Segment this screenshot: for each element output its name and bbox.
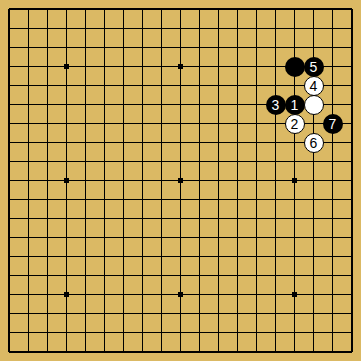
intersection <box>19 285 38 304</box>
grid-line-h <box>95 351 114 353</box>
intersection <box>304 209 323 228</box>
grid-line-v <box>28 95 29 114</box>
grid-line-v <box>294 266 295 285</box>
grid-line-v <box>85 228 86 247</box>
grid-line-v <box>47 38 48 57</box>
grid-line-h <box>190 161 209 162</box>
grid-line-h <box>19 28 38 29</box>
intersection <box>152 190 171 209</box>
grid-line-h <box>285 237 304 238</box>
intersection <box>95 171 114 190</box>
grid-line-h <box>171 123 190 124</box>
grid-line-h <box>209 142 228 143</box>
grid-line-h <box>190 142 209 143</box>
grid-line-v <box>256 38 257 57</box>
grid-line-h <box>304 313 323 314</box>
intersection <box>19 57 38 76</box>
intersection <box>247 38 266 57</box>
grid-line-h <box>209 161 228 162</box>
grid-line-h <box>76 66 95 67</box>
intersection <box>57 114 76 133</box>
grid-line-h <box>247 256 266 257</box>
grid-line-v <box>161 19 162 38</box>
grid-line-h <box>209 47 228 48</box>
intersection <box>304 95 323 114</box>
grid-line-v <box>199 285 200 304</box>
grid-line-h <box>266 47 285 48</box>
intersection <box>152 76 171 95</box>
intersection <box>133 304 152 323</box>
intersection <box>38 57 57 76</box>
grid-line-h <box>323 199 342 200</box>
intersection <box>76 285 95 304</box>
grid-line-h <box>57 351 76 353</box>
grid-line-h <box>133 199 152 200</box>
intersection <box>209 285 228 304</box>
grid-line-h <box>323 47 342 48</box>
intersection <box>19 304 38 323</box>
intersection <box>95 152 114 171</box>
grid-line-h <box>19 180 38 181</box>
grid-line-v <box>123 9 124 19</box>
grid-line-v <box>294 38 295 57</box>
grid-line-v <box>66 19 67 38</box>
grid-line-h <box>247 332 266 333</box>
star-point <box>64 178 69 183</box>
grid-line-h <box>152 218 171 219</box>
intersection <box>209 323 228 342</box>
grid-line-h <box>209 199 228 200</box>
grid-line-h <box>38 161 57 162</box>
intersection <box>0 152 19 171</box>
grid-line-h <box>38 218 57 219</box>
intersection <box>57 209 76 228</box>
grid-line-v <box>123 76 124 95</box>
intersection <box>152 95 171 114</box>
grid-line-v <box>180 304 181 323</box>
intersection <box>171 133 190 152</box>
grid-line-h <box>9 294 19 295</box>
grid-line-v <box>47 190 48 209</box>
grid-line-v <box>66 285 67 304</box>
grid-line-h <box>171 256 190 257</box>
intersection <box>152 152 171 171</box>
grid-line-h <box>76 104 95 105</box>
grid-line-v <box>199 171 200 190</box>
grid-line-h <box>323 332 342 333</box>
grid-line-h <box>190 85 209 86</box>
grid-line-v <box>180 95 181 114</box>
grid-line-v <box>85 9 86 19</box>
intersection <box>323 228 342 247</box>
grid-line-h <box>114 123 133 124</box>
grid-line-h <box>133 85 152 86</box>
intersection <box>114 171 133 190</box>
grid-line-h <box>171 142 190 143</box>
grid-line-v <box>218 76 219 95</box>
intersection <box>152 114 171 133</box>
intersection <box>304 323 323 342</box>
intersection <box>114 228 133 247</box>
grid-line-h <box>114 199 133 200</box>
grid-line-h <box>95 180 114 181</box>
intersection <box>285 171 304 190</box>
grid-line-h <box>342 123 352 124</box>
grid-line-h <box>266 294 285 295</box>
grid-line-h <box>19 66 38 67</box>
grid-line-v <box>218 247 219 266</box>
intersection <box>76 323 95 342</box>
grid-line-v <box>47 76 48 95</box>
grid-line-v <box>28 323 29 342</box>
grid-line-h <box>57 199 76 200</box>
intersection <box>76 304 95 323</box>
move-number: 6 <box>310 136 318 150</box>
grid-line-h <box>152 28 171 29</box>
grid-line-h <box>171 199 190 200</box>
grid-line-v <box>8 342 10 352</box>
intersection: 4 <box>304 76 323 95</box>
intersection <box>95 266 114 285</box>
grid-line-h <box>114 180 133 181</box>
intersection <box>76 76 95 95</box>
intersection <box>228 228 247 247</box>
grid-line-h <box>228 123 247 124</box>
grid-line-h <box>285 351 304 353</box>
intersection <box>114 152 133 171</box>
intersection <box>228 171 247 190</box>
grid-line-v <box>275 285 276 304</box>
grid-line-h <box>190 218 209 219</box>
grid-line-v <box>332 9 333 19</box>
intersection <box>247 95 266 114</box>
grid-line-h <box>247 66 266 67</box>
grid-line-h <box>38 180 57 181</box>
intersection <box>38 76 57 95</box>
intersection <box>57 19 76 38</box>
intersection <box>114 342 133 361</box>
grid-line-v <box>180 266 181 285</box>
grid-line-h <box>95 218 114 219</box>
grid-line-v <box>123 95 124 114</box>
star-point <box>64 292 69 297</box>
grid-line-h <box>114 161 133 162</box>
grid-line-v <box>161 114 162 133</box>
grid-line-h <box>9 8 19 10</box>
grid-line-v <box>28 114 29 133</box>
grid-line-v <box>66 323 67 342</box>
grid-line-h <box>323 142 342 143</box>
grid-line-v <box>123 19 124 38</box>
grid-line-h <box>38 294 57 295</box>
grid-line-h <box>38 8 57 10</box>
grid-line-v <box>123 266 124 285</box>
grid-line-h <box>133 47 152 48</box>
grid-line-v <box>104 285 105 304</box>
grid-line-v <box>66 57 67 76</box>
grid-line-v <box>47 266 48 285</box>
grid-line-h <box>342 237 352 238</box>
intersection <box>285 342 304 361</box>
grid-line-v <box>275 152 276 171</box>
intersection <box>0 285 19 304</box>
intersection <box>19 19 38 38</box>
intersection <box>266 228 285 247</box>
move-number: 1 <box>291 98 299 112</box>
grid-line-v <box>332 76 333 95</box>
grid-line-v <box>275 323 276 342</box>
grid-line-h <box>190 199 209 200</box>
grid-line-h <box>342 47 352 48</box>
intersection <box>152 171 171 190</box>
intersection <box>19 209 38 228</box>
intersection <box>304 228 323 247</box>
grid-line-h <box>9 256 19 257</box>
grid-line-h <box>95 8 114 10</box>
grid-line-h <box>57 47 76 48</box>
grid-line-h <box>38 85 57 86</box>
grid-line-h <box>133 180 152 181</box>
intersection <box>285 209 304 228</box>
grid-line-v <box>28 133 29 152</box>
intersection <box>57 133 76 152</box>
grid-line-h <box>285 8 304 10</box>
grid-line-v <box>28 266 29 285</box>
intersection <box>38 133 57 152</box>
intersection <box>285 228 304 247</box>
grid-line-v <box>180 285 181 304</box>
intersection <box>228 76 247 95</box>
grid-line-h <box>57 237 76 238</box>
grid-line-v <box>142 266 143 285</box>
grid-line-v <box>313 38 314 57</box>
grid-line-v <box>256 342 257 352</box>
grid-line-v <box>142 228 143 247</box>
intersection <box>95 209 114 228</box>
grid-line-h <box>19 313 38 314</box>
intersection <box>57 95 76 114</box>
grid-line-h <box>266 85 285 86</box>
intersection <box>304 247 323 266</box>
grid-line-v <box>351 76 353 95</box>
grid-line-h <box>304 28 323 29</box>
grid-line-h <box>247 28 266 29</box>
grid-line-h <box>323 28 342 29</box>
grid-line-h <box>228 218 247 219</box>
white-stone-move-4: 4 <box>304 76 324 96</box>
grid-line-h <box>171 104 190 105</box>
intersection <box>266 342 285 361</box>
grid-line-h <box>190 104 209 105</box>
grid-line-h <box>209 218 228 219</box>
intersection <box>76 228 95 247</box>
grid-line-h <box>228 351 247 353</box>
intersection <box>38 247 57 266</box>
intersection <box>57 266 76 285</box>
grid-line-v <box>85 171 86 190</box>
grid-line-v <box>199 342 200 352</box>
grid-line-v <box>313 247 314 266</box>
grid-line-h <box>95 28 114 29</box>
grid-line-v <box>237 171 238 190</box>
intersection <box>76 0 95 19</box>
intersection <box>114 209 133 228</box>
grid-line-v <box>332 190 333 209</box>
grid-line-h <box>133 218 152 219</box>
grid-line-h <box>171 47 190 48</box>
intersection <box>190 266 209 285</box>
grid-line-v <box>351 304 353 323</box>
intersection <box>95 190 114 209</box>
intersection <box>304 19 323 38</box>
grid-line-h <box>19 332 38 333</box>
intersection <box>323 247 342 266</box>
intersection <box>152 0 171 19</box>
grid-line-h <box>266 8 285 10</box>
grid-line-v <box>8 133 10 152</box>
grid-line-h <box>152 351 171 353</box>
intersection <box>133 266 152 285</box>
grid-line-v <box>180 57 181 76</box>
grid-line-h <box>266 123 285 124</box>
grid-line-v <box>199 323 200 342</box>
intersection <box>304 285 323 304</box>
grid-line-v <box>8 209 10 228</box>
grid-line-v <box>8 171 10 190</box>
intersection <box>114 285 133 304</box>
grid-line-h <box>342 8 352 10</box>
intersection: 6 <box>304 133 323 152</box>
grid-line-v <box>332 133 333 152</box>
intersection <box>228 247 247 266</box>
intersection <box>133 76 152 95</box>
grid-line-h <box>304 123 323 124</box>
intersection: 7 <box>323 114 342 133</box>
grid-line-v <box>180 171 181 190</box>
intersection <box>133 171 152 190</box>
grid-line-h <box>342 218 352 219</box>
grid-line-v <box>104 247 105 266</box>
grid-line-v <box>104 190 105 209</box>
star-point <box>292 292 297 297</box>
intersection <box>190 38 209 57</box>
grid-line-h <box>76 237 95 238</box>
grid-line-v <box>256 247 257 266</box>
intersection <box>152 304 171 323</box>
grid-line-v <box>8 228 10 247</box>
intersection <box>266 171 285 190</box>
intersection <box>266 190 285 209</box>
intersection <box>171 57 190 76</box>
intersection <box>342 114 361 133</box>
grid-line-v <box>104 114 105 133</box>
grid-line-v <box>142 323 143 342</box>
grid-line-v <box>47 323 48 342</box>
grid-line-v <box>313 285 314 304</box>
grid-line-h <box>228 28 247 29</box>
grid-line-h <box>57 123 76 124</box>
grid-line-h <box>76 218 95 219</box>
grid-line-h <box>228 66 247 67</box>
intersection <box>266 0 285 19</box>
intersection <box>209 342 228 361</box>
intersection <box>228 190 247 209</box>
grid-line-v <box>161 247 162 266</box>
grid-line-h <box>171 180 190 181</box>
intersection <box>19 0 38 19</box>
intersection <box>190 228 209 247</box>
grid-line-h <box>57 313 76 314</box>
grid-line-h <box>19 47 38 48</box>
grid-line-h <box>57 180 76 181</box>
grid-line-v <box>256 285 257 304</box>
grid-line-v <box>104 9 105 19</box>
grid-line-v <box>275 171 276 190</box>
grid-line-v <box>275 57 276 76</box>
grid-line-v <box>28 152 29 171</box>
grid-line-v <box>161 266 162 285</box>
grid-line-h <box>228 332 247 333</box>
grid-line-h <box>228 47 247 48</box>
intersection <box>95 247 114 266</box>
grid-line-h <box>9 66 19 67</box>
grid-line-v <box>275 228 276 247</box>
grid-line-h <box>209 351 228 353</box>
intersection <box>209 266 228 285</box>
intersection <box>266 152 285 171</box>
grid-line-h <box>19 237 38 238</box>
intersection <box>247 266 266 285</box>
grid-line-v <box>218 38 219 57</box>
grid-line-h <box>228 142 247 143</box>
intersection <box>38 304 57 323</box>
intersection <box>209 76 228 95</box>
intersection <box>171 171 190 190</box>
grid-line-h <box>247 275 266 276</box>
intersection <box>209 57 228 76</box>
grid-line-h <box>304 199 323 200</box>
intersection <box>76 247 95 266</box>
grid-line-v <box>332 247 333 266</box>
grid-line-v <box>85 76 86 95</box>
grid-line-v <box>256 228 257 247</box>
intersection <box>38 171 57 190</box>
grid-line-v <box>104 342 105 352</box>
intersection <box>228 209 247 228</box>
intersection <box>19 342 38 361</box>
grid-line-v <box>85 19 86 38</box>
intersection <box>323 76 342 95</box>
intersection <box>114 0 133 19</box>
grid-line-v <box>161 304 162 323</box>
grid-line-v <box>199 95 200 114</box>
grid-line-v <box>313 342 314 352</box>
grid-line-v <box>351 209 353 228</box>
grid-line-h <box>152 237 171 238</box>
intersection <box>190 285 209 304</box>
grid-line-v <box>275 190 276 209</box>
grid-line-h <box>114 104 133 105</box>
black-stone-move-3: 3 <box>266 95 286 115</box>
grid-line-h <box>76 332 95 333</box>
grid-line-h <box>342 199 352 200</box>
grid-line-v <box>142 152 143 171</box>
intersection <box>323 133 342 152</box>
grid-line-h <box>323 237 342 238</box>
intersection <box>266 57 285 76</box>
intersection <box>133 38 152 57</box>
intersection <box>76 266 95 285</box>
